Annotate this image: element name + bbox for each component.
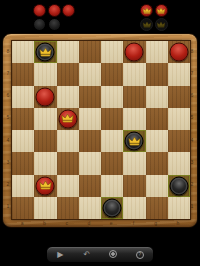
square-g6[interactable]: [146, 86, 168, 108]
square-e5[interactable]: [101, 108, 123, 130]
red-man-h8[interactable]: [169, 43, 188, 62]
crown-icon: [39, 180, 52, 190]
checkers-board[interactable]: [11, 40, 191, 220]
tray-piece-ghost-king: [140, 18, 153, 31]
rank-label-rank-l-6: 6: [6, 85, 11, 107]
square-c7[interactable]: [57, 63, 79, 85]
tray-piece-red: [140, 4, 153, 17]
rank-label-rank-l-8: 8: [6, 40, 11, 62]
square-c4[interactable]: [57, 130, 79, 152]
square-b6[interactable]: [34, 86, 56, 108]
file-label-d: d: [78, 221, 100, 226]
square-b7[interactable]: [34, 63, 56, 85]
square-h7[interactable]: [168, 63, 190, 85]
crown-icon: [157, 21, 166, 28]
rank-label-rank-l-7: 7: [6, 62, 11, 84]
rank-label-rank-r-1: 1: [190, 196, 195, 218]
square-d2[interactable]: [79, 175, 101, 197]
square-e2[interactable]: [101, 175, 123, 197]
square-e3[interactable]: [101, 152, 123, 174]
tray-red-men-row: [33, 4, 77, 17]
square-a2[interactable]: [12, 175, 34, 197]
tray-piece-black: [48, 18, 61, 31]
square-h2[interactable]: [168, 175, 190, 197]
settings-circle-glyph: [109, 250, 117, 258]
square-c1[interactable]: [57, 197, 79, 219]
bottom-toolbar: ▶↶?: [46, 246, 154, 263]
checkers-app-screen: abcdefgh8877665544332211 ▶↶?: [0, 0, 200, 266]
square-b1[interactable]: [34, 197, 56, 219]
file-label-a: a: [11, 221, 33, 226]
board-frame: abcdefgh8877665544332211: [2, 33, 198, 228]
square-f1[interactable]: [123, 197, 145, 219]
black-man-h2[interactable]: [169, 176, 188, 195]
tray-piece-black: [33, 18, 46, 31]
square-b3[interactable]: [34, 152, 56, 174]
square-h6[interactable]: [168, 86, 190, 108]
square-f4[interactable]: [123, 130, 145, 152]
crown-icon: [142, 7, 151, 14]
rank-label-rank-l-5: 5: [6, 107, 11, 129]
red-king-c5[interactable]: [58, 109, 77, 128]
file-label-e: e: [100, 221, 122, 226]
help-icon[interactable]: ?: [132, 250, 148, 259]
rank-label-rank-r-2: 2: [190, 174, 195, 196]
square-a5[interactable]: [12, 108, 34, 130]
square-e8[interactable]: [101, 41, 123, 63]
square-f7[interactable]: [123, 63, 145, 85]
square-h8[interactable]: [168, 41, 190, 63]
square-d7[interactable]: [79, 63, 101, 85]
square-d1[interactable]: [79, 197, 101, 219]
square-f3[interactable]: [123, 152, 145, 174]
tray-piece-ghost-king: [155, 18, 168, 31]
rank-label-rank-l-4: 4: [6, 129, 11, 151]
rank-label-rank-r-8: 8: [190, 40, 195, 62]
square-a8[interactable]: [12, 41, 34, 63]
crown-icon: [39, 47, 52, 57]
square-d5[interactable]: [79, 108, 101, 130]
square-g4[interactable]: [146, 130, 168, 152]
square-d4[interactable]: [79, 130, 101, 152]
rank-label-rank-l-2: 2: [6, 174, 11, 196]
square-b8[interactable]: [34, 41, 56, 63]
file-label-b: b: [33, 221, 55, 226]
rank-label-rank-r-3: 3: [190, 151, 195, 173]
rank-label-rank-r-5: 5: [190, 107, 195, 129]
tray-piece-red: [62, 4, 75, 17]
square-h5[interactable]: [168, 108, 190, 130]
square-e4[interactable]: [101, 130, 123, 152]
rank-label-rank-r-7: 7: [190, 62, 195, 84]
square-g1[interactable]: [146, 197, 168, 219]
captured-tray-left: [33, 4, 77, 32]
square-a4[interactable]: [12, 130, 34, 152]
tray-black-kings-row: [140, 18, 169, 31]
red-man-b6[interactable]: [36, 87, 55, 106]
square-d3[interactable]: [79, 152, 101, 174]
tray-piece-red: [48, 4, 61, 17]
square-e7[interactable]: [101, 63, 123, 85]
square-b2[interactable]: [34, 175, 56, 197]
red-king-b2[interactable]: [36, 176, 55, 195]
file-label-f: f: [122, 221, 144, 226]
rank-label-rank-r-4: 4: [190, 129, 195, 151]
square-g8[interactable]: [146, 41, 168, 63]
tray-piece-red: [33, 4, 46, 17]
square-h1[interactable]: [168, 197, 190, 219]
crown-icon: [142, 21, 151, 28]
rank-label-rank-l-1: 1: [6, 196, 11, 218]
black-king-b8[interactable]: [36, 43, 55, 62]
square-d6[interactable]: [79, 86, 101, 108]
rank-label-rank-r-6: 6: [190, 85, 195, 107]
square-e6[interactable]: [101, 86, 123, 108]
square-f8[interactable]: [123, 41, 145, 63]
square-e1[interactable]: [101, 197, 123, 219]
red-man-f8[interactable]: [125, 43, 144, 62]
crown-icon: [157, 7, 166, 14]
crown-icon: [61, 114, 74, 124]
square-b5[interactable]: [34, 108, 56, 130]
square-h3[interactable]: [168, 152, 190, 174]
black-man-e1[interactable]: [103, 198, 122, 217]
file-label-h: h: [167, 221, 189, 226]
square-f5[interactable]: [123, 108, 145, 130]
play-icon[interactable]: ▶: [52, 251, 68, 259]
square-g2[interactable]: [146, 175, 168, 197]
black-king-f4[interactable]: [125, 132, 144, 151]
square-d8[interactable]: [79, 41, 101, 63]
file-label-c: c: [56, 221, 78, 226]
square-g7[interactable]: [146, 63, 168, 85]
settings-icon[interactable]: [105, 250, 121, 260]
rank-label-rank-l-3: 3: [6, 151, 11, 173]
tray-piece-red: [155, 4, 168, 17]
tray-black-men-row: [33, 18, 77, 31]
square-a3[interactable]: [12, 152, 34, 174]
tray-red-kings-row: [140, 4, 169, 17]
square-c5[interactable]: [57, 108, 79, 130]
square-f6[interactable]: [123, 86, 145, 108]
captured-tray-right: [140, 4, 169, 32]
square-h4[interactable]: [168, 130, 190, 152]
square-f2[interactable]: [123, 175, 145, 197]
file-label-g: g: [145, 221, 167, 226]
square-g3[interactable]: [146, 152, 168, 174]
square-a1[interactable]: [12, 197, 34, 219]
square-c8[interactable]: [57, 41, 79, 63]
square-c3[interactable]: [57, 152, 79, 174]
square-c6[interactable]: [57, 86, 79, 108]
square-a7[interactable]: [12, 63, 34, 85]
crown-icon: [128, 136, 141, 146]
square-a6[interactable]: [12, 86, 34, 108]
square-b4[interactable]: [34, 130, 56, 152]
square-g5[interactable]: [146, 108, 168, 130]
square-c2[interactable]: [57, 175, 79, 197]
help-circle-glyph: ?: [136, 251, 144, 259]
undo-icon[interactable]: ↶: [79, 251, 95, 259]
